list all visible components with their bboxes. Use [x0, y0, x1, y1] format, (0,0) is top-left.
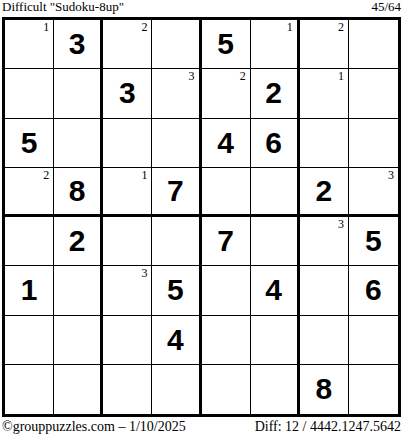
footer-diff: Diff: 12 / 4442.1247.5642: [255, 419, 401, 435]
cell-r4c1[interactable]: 2: [5, 168, 54, 217]
cell-r4c7[interactable]: 2: [300, 168, 349, 217]
cell-r2c8[interactable]: [349, 69, 398, 118]
cell-r5c8[interactable]: 5: [349, 217, 398, 266]
cell-r4c5[interactable]: [202, 168, 251, 217]
given-digit: 1: [21, 275, 38, 305]
given-digit: 5: [365, 226, 382, 256]
cell-r6c7[interactable]: [300, 266, 349, 315]
cell-r7c5[interactable]: [202, 316, 251, 365]
given-digit: 5: [167, 275, 184, 305]
given-digit: 7: [217, 226, 234, 256]
cell-r8c4[interactable]: [152, 365, 201, 414]
footer-copyright: ©grouppuzzles.com – 1/10/2025: [2, 419, 186, 435]
given-digit: 5: [21, 128, 38, 158]
corner-mark: 3: [189, 70, 195, 83]
cell-r2c6[interactable]: 2: [251, 69, 300, 118]
cell-r2c2[interactable]: [54, 69, 103, 118]
given-digit: 7: [167, 176, 184, 206]
cell-r1c2[interactable]: 3: [54, 20, 103, 69]
cell-r4c8[interactable]: 3: [349, 168, 398, 217]
cell-r6c1[interactable]: 1: [5, 266, 54, 315]
cell-r5c3[interactable]: [103, 217, 152, 266]
given-digit: 3: [69, 29, 86, 59]
corner-mark: 1: [141, 169, 147, 182]
cell-r6c3[interactable]: 3: [103, 266, 152, 315]
cell-r6c6[interactable]: 4: [251, 266, 300, 315]
cell-r4c4[interactable]: 7: [152, 168, 201, 217]
cell-r3c6[interactable]: 6: [251, 119, 300, 168]
cell-r6c4[interactable]: 5: [152, 266, 201, 315]
puzzle-page: Difficult "Sudoku-8up" 45/64 13251233221…: [0, 0, 403, 437]
cell-r3c2[interactable]: [54, 119, 103, 168]
corner-mark: 1: [43, 21, 49, 34]
given-digit: 8: [69, 176, 86, 206]
cell-r8c1[interactable]: [5, 365, 54, 414]
cell-r3c3[interactable]: [103, 119, 152, 168]
cell-r1c4[interactable]: [152, 20, 201, 69]
corner-mark: 1: [338, 70, 344, 83]
cell-r7c8[interactable]: [349, 316, 398, 365]
corner-mark: 2: [240, 70, 246, 83]
cell-r6c5[interactable]: [202, 266, 251, 315]
cell-r5c6[interactable]: [251, 217, 300, 266]
cell-r4c2[interactable]: 8: [54, 168, 103, 217]
cell-r5c5[interactable]: 7: [202, 217, 251, 266]
given-digit: 6: [265, 128, 282, 158]
cell-r8c7[interactable]: 8: [300, 365, 349, 414]
cell-r8c3[interactable]: [103, 365, 152, 414]
sudoku-board: 1325123322154628172327351354648: [2, 17, 401, 417]
given-digit: 2: [69, 226, 86, 256]
given-digit: 4: [167, 325, 184, 355]
cell-r1c5[interactable]: 5: [202, 20, 251, 69]
cell-r7c3[interactable]: [103, 316, 152, 365]
cell-r8c6[interactable]: [251, 365, 300, 414]
given-digit: 2: [265, 78, 282, 108]
cell-r6c2[interactable]: [54, 266, 103, 315]
cell-r7c2[interactable]: [54, 316, 103, 365]
corner-mark: 3: [338, 218, 344, 231]
corner-mark: 1: [287, 21, 293, 34]
puzzle-title: Difficult "Sudoku-8up": [2, 0, 124, 14]
cell-r2c3[interactable]: 3: [103, 69, 152, 118]
cell-r8c5[interactable]: [202, 365, 251, 414]
cell-r8c2[interactable]: [54, 365, 103, 414]
given-digit: 4: [265, 275, 282, 305]
cell-r3c4[interactable]: [152, 119, 201, 168]
corner-mark: 3: [388, 169, 394, 182]
cell-r5c1[interactable]: [5, 217, 54, 266]
cell-r7c4[interactable]: 4: [152, 316, 201, 365]
cell-r2c5[interactable]: 2: [202, 69, 251, 118]
given-digit: 4: [217, 128, 234, 158]
given-digit: 5: [217, 29, 234, 59]
given-digit: 3: [119, 78, 136, 108]
cell-r1c8[interactable]: [349, 20, 398, 69]
cell-r3c7[interactable]: [300, 119, 349, 168]
cell-r7c7[interactable]: [300, 316, 349, 365]
corner-mark: 3: [141, 267, 147, 280]
cell-r5c2[interactable]: 2: [54, 217, 103, 266]
cell-r7c1[interactable]: [5, 316, 54, 365]
corner-mark: 2: [43, 169, 49, 182]
cell-r2c1[interactable]: [5, 69, 54, 118]
cell-r3c8[interactable]: [349, 119, 398, 168]
cell-r6c8[interactable]: 6: [349, 266, 398, 315]
puzzle-counter: 45/64: [371, 0, 401, 14]
header: Difficult "Sudoku-8up" 45/64: [2, 0, 401, 15]
given-digit: 6: [365, 275, 382, 305]
cell-r2c7[interactable]: 1: [300, 69, 349, 118]
cell-r1c7[interactable]: 2: [300, 20, 349, 69]
cell-r1c3[interactable]: 2: [103, 20, 152, 69]
cell-r4c6[interactable]: [251, 168, 300, 217]
cell-r5c4[interactable]: [152, 217, 201, 266]
given-digit: 2: [315, 176, 332, 206]
cell-r1c6[interactable]: 1: [251, 20, 300, 69]
cell-r2c4[interactable]: 3: [152, 69, 201, 118]
footer: ©grouppuzzles.com – 1/10/2025 Diff: 12 /…: [2, 419, 401, 435]
cell-r1c1[interactable]: 1: [5, 20, 54, 69]
cell-r7c6[interactable]: [251, 316, 300, 365]
cell-r3c1[interactable]: 5: [5, 119, 54, 168]
cell-r4c3[interactable]: 1: [103, 168, 152, 217]
cell-r5c7[interactable]: 3: [300, 217, 349, 266]
cell-r3c5[interactable]: 4: [202, 119, 251, 168]
given-digit: 8: [315, 374, 332, 404]
corner-mark: 2: [338, 21, 344, 34]
cell-r8c8[interactable]: [349, 365, 398, 414]
corner-mark: 2: [141, 21, 147, 34]
